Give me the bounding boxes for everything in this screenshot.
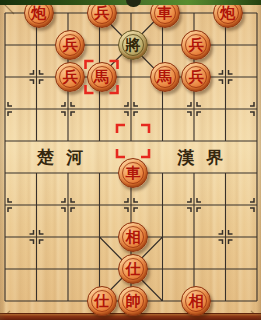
piece-red-elephant[interactable]: 相 (181, 286, 211, 316)
piece-character: 兵 (182, 31, 210, 60)
piece-character: 相 (119, 223, 147, 252)
pieces-layer: 炮兵車炮兵將兵兵馬馬兵車相仕仕帥相 (0, 0, 261, 320)
piece-red-horse[interactable]: 馬 (150, 62, 180, 92)
piece-red-pawn[interactable]: 兵 (55, 30, 85, 60)
piece-character: 兵 (56, 31, 84, 60)
piece-black-general[interactable]: 將 (118, 30, 148, 60)
piece-red-pawn[interactable]: 兵 (55, 62, 85, 92)
piece-red-elephant[interactable]: 相 (118, 222, 148, 252)
piece-red-horse[interactable]: 馬 (87, 62, 117, 92)
piece-red-chariot[interactable]: 車 (118, 158, 148, 188)
piece-character: 兵 (182, 63, 210, 92)
xiangqi-board[interactable]: 楚河 漢界 炮兵車炮兵將兵兵馬馬兵車相仕仕帥相 (0, 0, 261, 320)
piece-character: 仕 (119, 255, 147, 284)
piece-red-general[interactable]: 帥 (118, 286, 148, 316)
piece-character: 兵 (56, 63, 84, 92)
piece-character: 馬 (88, 63, 116, 92)
piece-red-advisor[interactable]: 仕 (118, 254, 148, 284)
piece-character: 相 (182, 287, 210, 316)
piece-red-pawn[interactable]: 兵 (181, 30, 211, 60)
piece-character: 車 (119, 159, 147, 188)
piece-red-advisor[interactable]: 仕 (87, 286, 117, 316)
piece-character: 仕 (88, 287, 116, 316)
piece-character: 帥 (119, 287, 147, 316)
piece-character: 將 (119, 31, 147, 60)
piece-red-pawn[interactable]: 兵 (181, 62, 211, 92)
piece-character: 馬 (151, 63, 179, 92)
